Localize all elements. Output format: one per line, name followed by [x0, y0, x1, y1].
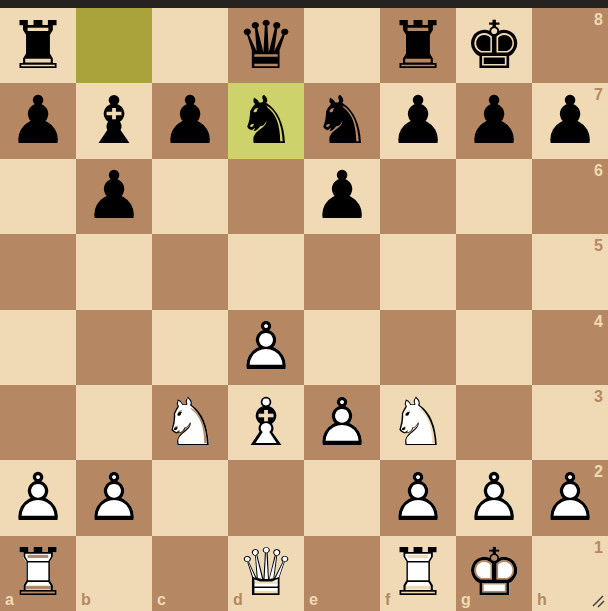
square-d4[interactable]: ♟♙	[228, 310, 304, 385]
square-e2[interactable]	[304, 460, 380, 535]
square-c6[interactable]	[152, 159, 228, 234]
piece-white-pawn[interactable]: ♟♙	[380, 460, 456, 535]
piece-white-pawn[interactable]: ♟♙	[456, 460, 532, 535]
square-g5[interactable]	[456, 234, 532, 309]
piece-black-queen[interactable]: ♛	[228, 8, 304, 83]
chess-board[interactable]: ♜♛♜♚8♟♝♟♞♞♟♟♟7♟♟65♟♙4♞♘♝♗♟♙♞♘3♟♙♟♙♟♙♟♙♟♙…	[0, 8, 608, 611]
square-g4[interactable]	[456, 310, 532, 385]
square-h7[interactable]: ♟7	[532, 83, 608, 158]
square-g2[interactable]: ♟♙	[456, 460, 532, 535]
rank-label-3: 3	[594, 388, 603, 406]
square-e1[interactable]: e	[304, 536, 380, 611]
square-b8[interactable]	[76, 8, 152, 83]
square-c8[interactable]	[152, 8, 228, 83]
piece-white-knight[interactable]: ♞♘	[380, 385, 456, 460]
square-f6[interactable]	[380, 159, 456, 234]
square-e4[interactable]	[304, 310, 380, 385]
square-f5[interactable]	[380, 234, 456, 309]
piece-black-king[interactable]: ♚	[456, 8, 532, 83]
board-resize-handle-icon[interactable]	[590, 593, 606, 609]
square-d1[interactable]: ♛♕d	[228, 536, 304, 611]
square-b2[interactable]: ♟♙	[76, 460, 152, 535]
file-label-e: e	[309, 591, 318, 609]
piece-black-rook[interactable]: ♜	[0, 8, 76, 83]
square-d2[interactable]	[228, 460, 304, 535]
piece-black-pawn[interactable]: ♟	[0, 83, 76, 158]
square-b7[interactable]: ♝	[76, 83, 152, 158]
square-d3[interactable]: ♝♗	[228, 385, 304, 460]
piece-white-rook[interactable]: ♜♖	[0, 536, 76, 611]
square-a3[interactable]	[0, 385, 76, 460]
square-g3[interactable]	[456, 385, 532, 460]
piece-white-queen[interactable]: ♛♕	[228, 536, 304, 611]
rank-label-4: 4	[594, 313, 603, 331]
square-h5[interactable]: 5	[532, 234, 608, 309]
piece-white-king[interactable]: ♚♔	[456, 536, 532, 611]
file-label-b: b	[81, 591, 91, 609]
piece-black-knight[interactable]: ♞	[228, 83, 304, 158]
square-e7[interactable]: ♞	[304, 83, 380, 158]
chess-app: ♜♛♜♚8♟♝♟♞♞♟♟♟7♟♟65♟♙4♞♘♝♗♟♙♞♘3♟♙♟♙♟♙♟♙♟♙…	[0, 0, 608, 611]
file-label-h: h	[537, 591, 547, 609]
piece-black-knight[interactable]: ♞	[304, 83, 380, 158]
square-c3[interactable]: ♞♘	[152, 385, 228, 460]
square-h4[interactable]: 4	[532, 310, 608, 385]
rank-label-8: 8	[594, 11, 603, 29]
piece-black-pawn[interactable]: ♟	[456, 83, 532, 158]
rank-label-1: 1	[594, 539, 603, 557]
square-a7[interactable]: ♟	[0, 83, 76, 158]
square-a8[interactable]: ♜	[0, 8, 76, 83]
square-b3[interactable]	[76, 385, 152, 460]
square-a5[interactable]	[0, 234, 76, 309]
square-f4[interactable]	[380, 310, 456, 385]
square-c1[interactable]: c	[152, 536, 228, 611]
square-c7[interactable]: ♟	[152, 83, 228, 158]
square-a6[interactable]	[0, 159, 76, 234]
square-e6[interactable]: ♟	[304, 159, 380, 234]
square-c4[interactable]	[152, 310, 228, 385]
piece-white-pawn[interactable]: ♟♙	[228, 310, 304, 385]
square-e3[interactable]: ♟♙	[304, 385, 380, 460]
square-f8[interactable]: ♜	[380, 8, 456, 83]
piece-black-pawn[interactable]: ♟	[304, 159, 380, 234]
square-h6[interactable]: 6	[532, 159, 608, 234]
square-d8[interactable]: ♛	[228, 8, 304, 83]
file-label-c: c	[157, 591, 166, 609]
piece-black-pawn[interactable]: ♟	[532, 83, 608, 158]
piece-black-bishop[interactable]: ♝	[76, 83, 152, 158]
square-f7[interactable]: ♟	[380, 83, 456, 158]
piece-black-pawn[interactable]: ♟	[152, 83, 228, 158]
square-a2[interactable]: ♟♙	[0, 460, 76, 535]
square-e8[interactable]	[304, 8, 380, 83]
square-a1[interactable]: ♜♖a	[0, 536, 76, 611]
square-g8[interactable]: ♚	[456, 8, 532, 83]
rank-label-6: 6	[594, 162, 603, 180]
square-g7[interactable]: ♟	[456, 83, 532, 158]
piece-white-knight[interactable]: ♞♘	[152, 385, 228, 460]
square-b6[interactable]: ♟	[76, 159, 152, 234]
square-f3[interactable]: ♞♘	[380, 385, 456, 460]
square-h2[interactable]: ♟♙2	[532, 460, 608, 535]
square-f2[interactable]: ♟♙	[380, 460, 456, 535]
rank-label-5: 5	[594, 237, 603, 255]
piece-white-pawn[interactable]: ♟♙	[0, 460, 76, 535]
piece-white-rook[interactable]: ♜♖	[380, 536, 456, 611]
square-b4[interactable]	[76, 310, 152, 385]
piece-white-bishop[interactable]: ♝♗	[228, 385, 304, 460]
piece-white-pawn[interactable]: ♟♙	[76, 460, 152, 535]
square-b1[interactable]: b	[76, 536, 152, 611]
square-c5[interactable]	[152, 234, 228, 309]
piece-white-pawn[interactable]: ♟♙	[532, 460, 608, 535]
square-d7[interactable]: ♞	[228, 83, 304, 158]
square-h3[interactable]: 3	[532, 385, 608, 460]
square-b5[interactable]	[76, 234, 152, 309]
piece-black-pawn[interactable]: ♟	[76, 159, 152, 234]
piece-white-pawn[interactable]: ♟♙	[304, 385, 380, 460]
square-h8[interactable]: 8	[532, 8, 608, 83]
square-e5[interactable]	[304, 234, 380, 309]
piece-black-pawn[interactable]: ♟	[380, 83, 456, 158]
square-c2[interactable]	[152, 460, 228, 535]
square-g6[interactable]	[456, 159, 532, 234]
square-f1[interactable]: ♜♖f	[380, 536, 456, 611]
square-g1[interactable]: ♚♔g	[456, 536, 532, 611]
piece-black-rook[interactable]: ♜	[380, 8, 456, 83]
square-d5[interactable]	[228, 234, 304, 309]
square-a4[interactable]	[0, 310, 76, 385]
square-d6[interactable]	[228, 159, 304, 234]
